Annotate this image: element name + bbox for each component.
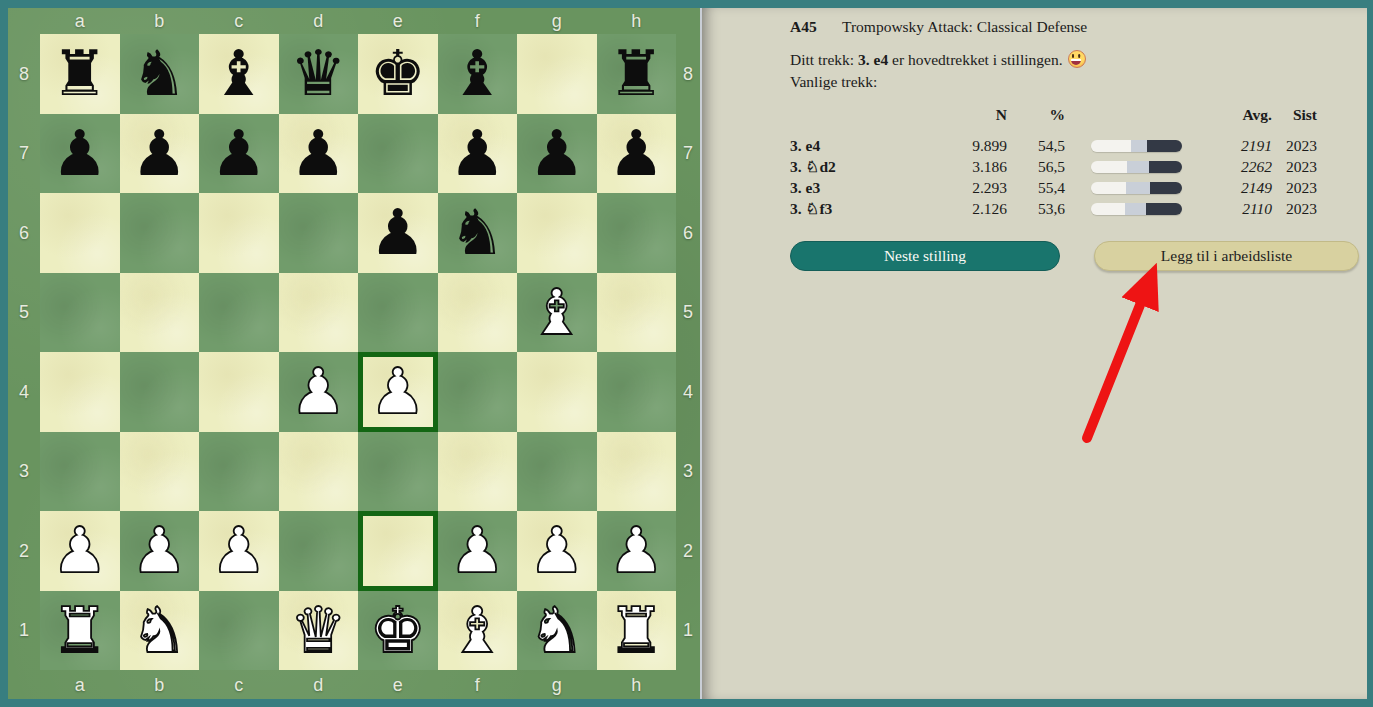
piece-white-queen: ♛ <box>290 599 346 662</box>
piece-black-knight: ♞ <box>449 201 505 264</box>
square-d2[interactable] <box>279 511 359 591</box>
average-rating: 2110 <box>1182 200 1272 218</box>
square-c3[interactable] <box>199 432 279 512</box>
rank-label-8-right: 8 <box>683 63 693 84</box>
wdl-bar <box>1091 203 1182 215</box>
rank-label-4-left: 4 <box>19 381 29 402</box>
square-e3[interactable] <box>358 432 438 512</box>
your-move-suffix: er hovedtrekket i stillingen. <box>888 51 1062 68</box>
grinning-face-icon <box>1068 50 1086 68</box>
piece-black-pawn: ♟ <box>131 122 187 185</box>
square-d5[interactable] <box>279 273 359 353</box>
header-pct: % <box>1007 106 1065 124</box>
games-count: 9.899 <box>920 137 1007 155</box>
square-d1[interactable]: ♛ <box>279 591 359 671</box>
white-wins-segment <box>1091 140 1131 152</box>
score-percent: 55,4 <box>1007 179 1065 197</box>
wdl-bar <box>1091 161 1182 173</box>
square-e2[interactable] <box>358 511 438 591</box>
file-label-h-bottom: h <box>631 675 641 696</box>
square-g2[interactable]: ♟ <box>517 511 597 591</box>
last-played-year: 2023 <box>1272 200 1317 218</box>
square-c8[interactable]: ♝ <box>199 34 279 114</box>
move-label[interactable]: 3. e3 <box>790 179 920 197</box>
draw-segment <box>1131 140 1146 152</box>
piece-white-knight: ♞ <box>131 599 187 662</box>
next-position-button[interactable]: Neste stilling <box>790 241 1060 271</box>
black-wins-segment <box>1146 203 1181 215</box>
header-n: N <box>920 106 1007 124</box>
square-e5[interactable] <box>358 273 438 353</box>
rank-label-6-right: 6 <box>683 222 693 243</box>
rank-label-7-left: 7 <box>19 143 29 164</box>
piece-black-queen: ♛ <box>290 42 346 105</box>
square-h5[interactable] <box>597 273 677 353</box>
draw-segment <box>1125 203 1147 215</box>
rank-label-6-left: 6 <box>19 222 29 243</box>
square-g8[interactable] <box>517 34 597 114</box>
square-c2[interactable]: ♟ <box>199 511 279 591</box>
piece-white-pawn: ♟ <box>608 519 664 582</box>
square-f8[interactable]: ♝ <box>438 34 518 114</box>
square-f7[interactable]: ♟ <box>438 114 518 194</box>
file-label-e-top: e <box>393 11 403 32</box>
square-a4[interactable] <box>40 352 120 432</box>
square-d6[interactable] <box>279 193 359 273</box>
wdl-bar-cell <box>1065 182 1182 194</box>
moves-table: N % Avg. Sist 3. e49.89954,5219120233. ♘… <box>790 104 1317 219</box>
piece-white-pawn: ♟ <box>290 360 346 423</box>
square-h7[interactable]: ♟ <box>597 114 677 194</box>
square-a7[interactable]: ♟ <box>40 114 120 194</box>
piece-white-pawn: ♟ <box>449 519 505 582</box>
wdl-bar <box>1091 140 1182 152</box>
rank-label-3-left: 3 <box>19 461 29 482</box>
square-b6[interactable] <box>120 193 200 273</box>
white-wins-segment <box>1091 203 1125 215</box>
draw-segment <box>1127 161 1149 173</box>
file-label-b-bottom: b <box>154 675 164 696</box>
piece-black-rook: ♜ <box>608 42 664 105</box>
move-label[interactable]: 3. ♘d2 <box>790 158 920 176</box>
board-grid: ♜♞♝♛♚♝♜♟♟♟♟♟♟♟♟♞♝♟♟♟♟♟♟♟♟♜♞♛♚♝♞♜ <box>40 34 676 670</box>
file-label-g-top: g <box>552 11 562 32</box>
piece-black-bishop: ♝ <box>449 42 505 105</box>
square-g1[interactable]: ♞ <box>517 591 597 671</box>
square-a5[interactable] <box>40 273 120 353</box>
square-e7[interactable] <box>358 114 438 194</box>
black-wins-segment <box>1149 161 1182 173</box>
piece-white-rook: ♜ <box>52 599 108 662</box>
square-e8[interactable]: ♚ <box>358 34 438 114</box>
eco-code: A45 <box>790 18 842 36</box>
file-label-c-bottom: c <box>234 675 243 696</box>
move-row: 3. ♘f32.12653,621102023 <box>790 198 1317 219</box>
square-d8[interactable]: ♛ <box>279 34 359 114</box>
your-move: 3. e4 <box>858 51 888 68</box>
file-label-e-bottom: e <box>393 675 403 696</box>
file-label-f-bottom: f <box>475 675 480 696</box>
rank-label-7-right: 7 <box>683 143 693 164</box>
moves-table-header: N % Avg. Sist <box>790 104 1317 125</box>
rank-label-1-right: 1 <box>683 620 693 641</box>
file-label-g-bottom: g <box>552 675 562 696</box>
piece-black-rook: ♜ <box>52 42 108 105</box>
draw-segment <box>1126 182 1151 194</box>
piece-black-king: ♚ <box>370 42 426 105</box>
piece-black-bishop: ♝ <box>211 42 267 105</box>
square-c7[interactable]: ♟ <box>199 114 279 194</box>
white-wins-segment <box>1091 161 1127 173</box>
square-b1[interactable]: ♞ <box>120 591 200 671</box>
square-a6[interactable] <box>40 193 120 273</box>
rank-label-2-right: 2 <box>683 540 693 561</box>
piece-white-rook: ♜ <box>608 599 664 662</box>
square-a8[interactable]: ♜ <box>40 34 120 114</box>
square-f5[interactable] <box>438 273 518 353</box>
square-b8[interactable]: ♞ <box>120 34 200 114</box>
piece-black-pawn: ♟ <box>370 201 426 264</box>
file-label-b-top: b <box>154 11 164 32</box>
square-h2[interactable]: ♟ <box>597 511 677 591</box>
score-percent: 54,5 <box>1007 137 1065 155</box>
wdl-bar-cell <box>1065 140 1182 152</box>
piece-white-pawn: ♟ <box>52 519 108 582</box>
opening-explorer-panel: A45Trompowsky Attack: Classical Defense … <box>700 8 1367 699</box>
square-b5[interactable] <box>120 273 200 353</box>
your-move-prefix: Ditt trekk: <box>790 51 858 68</box>
file-label-d-bottom: d <box>313 675 323 696</box>
piece-black-pawn: ♟ <box>52 122 108 185</box>
square-b7[interactable]: ♟ <box>120 114 200 194</box>
square-g6[interactable] <box>517 193 597 273</box>
rank-label-8-left: 8 <box>19 63 29 84</box>
file-label-h-top: h <box>631 11 641 32</box>
move-row: 3. e49.89954,521912023 <box>790 135 1317 156</box>
wdl-bar <box>1091 182 1182 194</box>
move-label[interactable]: 3. e4 <box>790 137 920 155</box>
file-label-d-top: d <box>313 11 323 32</box>
square-g5[interactable]: ♝ <box>517 273 597 353</box>
header-sist: Sist <box>1272 106 1317 124</box>
file-label-a-top: a <box>75 11 85 32</box>
square-e1[interactable]: ♚ <box>358 591 438 671</box>
last-played-year: 2023 <box>1272 179 1317 197</box>
average-rating: 2191 <box>1182 137 1272 155</box>
rank-label-4-right: 4 <box>683 381 693 402</box>
square-g7[interactable]: ♟ <box>517 114 597 194</box>
last-played-year: 2023 <box>1272 137 1317 155</box>
opening-name: Trompowsky Attack: Classical Defense <box>842 18 1087 35</box>
piece-black-pawn: ♟ <box>449 122 505 185</box>
piece-white-bishop: ♝ <box>449 599 505 662</box>
square-b3[interactable] <box>120 432 200 512</box>
square-d3[interactable] <box>279 432 359 512</box>
piece-white-pawn: ♟ <box>211 519 267 582</box>
square-e4[interactable]: ♟ <box>358 352 438 432</box>
games-count: 2.293 <box>920 179 1007 197</box>
square-b4[interactable] <box>120 352 200 432</box>
games-count: 3.186 <box>920 158 1007 176</box>
games-count: 2.126 <box>920 200 1007 218</box>
move-label[interactable]: 3. ♘f3 <box>790 200 920 218</box>
file-label-f-top: f <box>475 11 480 32</box>
square-h1[interactable]: ♜ <box>597 591 677 671</box>
add-to-worklist-button[interactable]: Legg til i arbeidsliste <box>1094 241 1359 271</box>
square-f2[interactable]: ♟ <box>438 511 518 591</box>
move-row: 3. ♘d23.18656,522622023 <box>790 156 1317 177</box>
move-row: 3. e32.29355,421492023 <box>790 177 1317 198</box>
common-moves-label: Vanlige trekk: <box>790 73 877 91</box>
rank-label-3-right: 3 <box>683 461 693 482</box>
piece-black-pawn: ♟ <box>290 122 346 185</box>
average-rating: 2149 <box>1182 179 1272 197</box>
file-label-c-top: c <box>234 11 243 32</box>
piece-white-bishop: ♝ <box>529 281 585 344</box>
rank-label-1-left: 1 <box>19 620 29 641</box>
square-f4[interactable] <box>438 352 518 432</box>
wdl-bar-cell <box>1065 161 1182 173</box>
piece-white-knight: ♞ <box>529 599 585 662</box>
square-h8[interactable]: ♜ <box>597 34 677 114</box>
piece-white-pawn: ♟ <box>529 519 585 582</box>
opening-header: A45Trompowsky Attack: Classical Defense <box>790 18 1087 36</box>
square-a3[interactable] <box>40 432 120 512</box>
square-d7[interactable]: ♟ <box>279 114 359 194</box>
rank-label-5-left: 5 <box>19 302 29 323</box>
piece-black-pawn: ♟ <box>529 122 585 185</box>
wdl-bar-cell <box>1065 203 1182 215</box>
black-wins-segment <box>1150 182 1182 194</box>
square-h6[interactable] <box>597 193 677 273</box>
rank-label-2-left: 2 <box>19 540 29 561</box>
square-g3[interactable] <box>517 432 597 512</box>
square-a2[interactable]: ♟ <box>40 511 120 591</box>
piece-white-pawn: ♟ <box>131 519 187 582</box>
square-e6[interactable]: ♟ <box>358 193 438 273</box>
square-c6[interactable] <box>199 193 279 273</box>
piece-white-king: ♚ <box>370 599 426 662</box>
piece-white-pawn: ♟ <box>370 360 426 423</box>
average-rating: 2262 <box>1182 158 1272 176</box>
piece-black-pawn: ♟ <box>608 122 664 185</box>
black-wins-segment <box>1147 140 1182 152</box>
square-c1[interactable] <box>199 591 279 671</box>
square-h4[interactable] <box>597 352 677 432</box>
square-d4[interactable]: ♟ <box>279 352 359 432</box>
score-percent: 56,5 <box>1007 158 1065 176</box>
your-move-line: Ditt trekk: 3. e4 er hovedtrekket i stil… <box>790 50 1086 69</box>
square-g4[interactable] <box>517 352 597 432</box>
file-label-a-bottom: a <box>75 675 85 696</box>
piece-black-knight: ♞ <box>131 42 187 105</box>
piece-black-pawn: ♟ <box>211 122 267 185</box>
square-c4[interactable] <box>199 352 279 432</box>
square-f3[interactable] <box>438 432 518 512</box>
score-percent: 53,6 <box>1007 200 1065 218</box>
chess-board[interactable]: ♜♞♝♛♚♝♜♟♟♟♟♟♟♟♟♞♝♟♟♟♟♟♟♟♟♜♞♛♚♝♞♜ aabbccd… <box>8 8 700 699</box>
white-wins-segment <box>1091 182 1126 194</box>
last-played-year: 2023 <box>1272 158 1317 176</box>
square-a1[interactable]: ♜ <box>40 591 120 671</box>
square-b2[interactable]: ♟ <box>120 511 200 591</box>
square-f1[interactable]: ♝ <box>438 591 518 671</box>
square-c5[interactable] <box>199 273 279 353</box>
header-avg: Avg. <box>1182 106 1272 124</box>
rank-label-5-right: 5 <box>683 302 693 323</box>
square-f6[interactable]: ♞ <box>438 193 518 273</box>
square-h3[interactable] <box>597 432 677 512</box>
